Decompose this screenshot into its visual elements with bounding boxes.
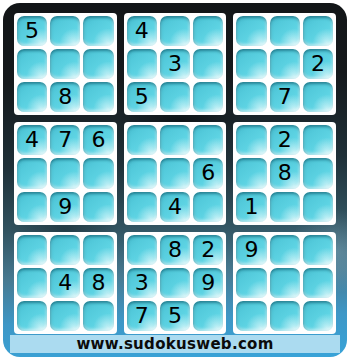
sudoku-block-6: 281 bbox=[233, 122, 336, 224]
sudoku-block-3: 27 bbox=[233, 13, 336, 115]
cell-r7c1[interactable] bbox=[17, 235, 47, 265]
cell-r9c2[interactable] bbox=[50, 301, 80, 331]
cell-r8c8[interactable] bbox=[270, 268, 300, 298]
cell-r7c8[interactable] bbox=[270, 235, 300, 265]
cell-r8c6[interactable]: 9 bbox=[193, 268, 223, 298]
cell-r6c6[interactable] bbox=[193, 192, 223, 222]
cell-r3c7[interactable] bbox=[236, 82, 266, 112]
cell-r4c1[interactable]: 4 bbox=[17, 125, 47, 155]
cell-r2c6[interactable] bbox=[193, 49, 223, 79]
cell-r6c9[interactable] bbox=[303, 192, 333, 222]
cell-r1c1[interactable]: 5 bbox=[17, 16, 47, 46]
cell-r2c2[interactable] bbox=[50, 49, 80, 79]
cell-r8c4[interactable]: 3 bbox=[127, 268, 157, 298]
cell-r1c8[interactable] bbox=[270, 16, 300, 46]
cell-r1c7[interactable] bbox=[236, 16, 266, 46]
cell-r5c3[interactable] bbox=[83, 158, 113, 188]
sudoku-block-7: 48 bbox=[14, 232, 117, 334]
site-url[interactable]: www.sudokusweb.com bbox=[76, 335, 273, 353]
cell-r8c5[interactable] bbox=[160, 268, 190, 298]
cell-r6c3[interactable] bbox=[83, 192, 113, 222]
cell-r9c8[interactable] bbox=[270, 301, 300, 331]
sudoku-block-8: 823975 bbox=[124, 232, 227, 334]
cell-r5c6[interactable]: 6 bbox=[193, 158, 223, 188]
cell-r3c3[interactable] bbox=[83, 82, 113, 112]
cell-r4c3[interactable]: 6 bbox=[83, 125, 113, 155]
cell-r4c5[interactable] bbox=[160, 125, 190, 155]
cell-r6c8[interactable] bbox=[270, 192, 300, 222]
cell-r8c1[interactable] bbox=[17, 268, 47, 298]
cell-r5c1[interactable] bbox=[17, 158, 47, 188]
cell-r8c3[interactable]: 8 bbox=[83, 268, 113, 298]
cell-r1c4[interactable]: 4 bbox=[127, 16, 157, 46]
cell-r2c3[interactable] bbox=[83, 49, 113, 79]
cell-r6c7[interactable]: 1 bbox=[236, 192, 266, 222]
cell-r6c4[interactable] bbox=[127, 192, 157, 222]
cell-r2c9[interactable]: 2 bbox=[303, 49, 333, 79]
cell-r4c4[interactable] bbox=[127, 125, 157, 155]
cell-r5c4[interactable] bbox=[127, 158, 157, 188]
footer: www.sudokusweb.com bbox=[10, 335, 340, 353]
cell-r2c8[interactable] bbox=[270, 49, 300, 79]
cell-r1c6[interactable] bbox=[193, 16, 223, 46]
cell-r3c2[interactable]: 8 bbox=[50, 82, 80, 112]
cell-r2c5[interactable]: 3 bbox=[160, 49, 190, 79]
cell-r5c7[interactable] bbox=[236, 158, 266, 188]
cell-r3c8[interactable]: 7 bbox=[270, 82, 300, 112]
sudoku-block-5: 64 bbox=[124, 122, 227, 224]
cell-r8c2[interactable]: 4 bbox=[50, 268, 80, 298]
cell-r1c5[interactable] bbox=[160, 16, 190, 46]
cell-r3c6[interactable] bbox=[193, 82, 223, 112]
cell-r9c6[interactable] bbox=[193, 301, 223, 331]
cell-r3c1[interactable] bbox=[17, 82, 47, 112]
cell-r5c9[interactable] bbox=[303, 158, 333, 188]
cell-r4c9[interactable] bbox=[303, 125, 333, 155]
cell-r7c6[interactable]: 2 bbox=[193, 235, 223, 265]
cell-r3c9[interactable] bbox=[303, 82, 333, 112]
cell-r5c2[interactable] bbox=[50, 158, 80, 188]
cell-r4c7[interactable] bbox=[236, 125, 266, 155]
cell-r3c4[interactable]: 5 bbox=[127, 82, 157, 112]
cell-r4c8[interactable]: 2 bbox=[270, 125, 300, 155]
cell-r1c9[interactable] bbox=[303, 16, 333, 46]
cell-r3c5[interactable] bbox=[160, 82, 190, 112]
cell-r9c1[interactable] bbox=[17, 301, 47, 331]
cell-r6c5[interactable]: 4 bbox=[160, 192, 190, 222]
sudoku-block-2: 435 bbox=[124, 13, 227, 115]
cell-r7c3[interactable] bbox=[83, 235, 113, 265]
cell-r4c6[interactable] bbox=[193, 125, 223, 155]
cell-r9c7[interactable] bbox=[236, 301, 266, 331]
cell-r8c7[interactable] bbox=[236, 268, 266, 298]
sudoku-block-9: 9 bbox=[233, 232, 336, 334]
cell-r6c2[interactable]: 9 bbox=[50, 192, 80, 222]
cell-r5c8[interactable]: 8 bbox=[270, 158, 300, 188]
cell-r2c4[interactable] bbox=[127, 49, 157, 79]
cell-r1c2[interactable] bbox=[50, 16, 80, 46]
cell-r7c2[interactable] bbox=[50, 235, 80, 265]
board-frame: 5843527476964281488239759 www.sudokusweb… bbox=[3, 3, 347, 357]
cell-r5c5[interactable] bbox=[160, 158, 190, 188]
cell-r2c7[interactable] bbox=[236, 49, 266, 79]
cell-r9c3[interactable] bbox=[83, 301, 113, 331]
sudoku-block-4: 4769 bbox=[14, 122, 117, 224]
cell-r9c9[interactable] bbox=[303, 301, 333, 331]
cell-r9c4[interactable]: 7 bbox=[127, 301, 157, 331]
cell-r4c2[interactable]: 7 bbox=[50, 125, 80, 155]
cell-r7c4[interactable] bbox=[127, 235, 157, 265]
cell-r8c9[interactable] bbox=[303, 268, 333, 298]
cell-r7c9[interactable] bbox=[303, 235, 333, 265]
cell-r7c7[interactable]: 9 bbox=[236, 235, 266, 265]
cell-r2c1[interactable] bbox=[17, 49, 47, 79]
cell-r9c5[interactable]: 5 bbox=[160, 301, 190, 331]
cell-r6c1[interactable] bbox=[17, 192, 47, 222]
sudoku-board: 5843527476964281488239759 bbox=[14, 13, 336, 334]
cell-r1c3[interactable] bbox=[83, 16, 113, 46]
cell-r7c5[interactable]: 8 bbox=[160, 235, 190, 265]
sudoku-block-1: 58 bbox=[14, 13, 117, 115]
